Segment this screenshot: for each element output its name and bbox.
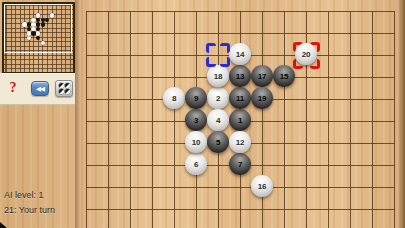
stone-number: 16 xyxy=(258,182,266,191)
turn-status: 21: Your turn xyxy=(4,205,55,215)
stone-number: 4 xyxy=(216,116,220,125)
stone-16-white: 16 xyxy=(251,175,273,197)
stone-number: 5 xyxy=(216,138,220,147)
stone-18-white: 18 xyxy=(207,65,229,87)
stone-12-white: 12 xyxy=(229,131,251,153)
stone-20-white: 20 xyxy=(295,43,317,65)
stone-13-black: 13 xyxy=(229,65,251,87)
stone-number: 7 xyxy=(238,160,242,169)
bracket-corner xyxy=(206,43,216,53)
stone-number: 12 xyxy=(236,138,244,147)
mini-stone-icon xyxy=(59,83,64,88)
stone-15-black: 15 xyxy=(273,65,295,87)
ai-level-status: AI level: 1 xyxy=(4,190,44,200)
stone-8-white: 8 xyxy=(163,87,185,109)
stone-number: 10 xyxy=(192,138,200,147)
stone-17-black: 17 xyxy=(251,65,273,87)
main-board[interactable]: 1234567891011121314151617181920 xyxy=(75,0,405,228)
app-screen: 1234567891011121314151617181920 ? ◀◀ AI … xyxy=(0,0,405,228)
corner-mark xyxy=(0,222,7,228)
bracket-corner xyxy=(206,57,216,67)
stone-7-black: 7 xyxy=(229,153,251,175)
minimap-board[interactable] xyxy=(2,2,75,74)
undo-rewind-button[interactable]: ◀◀ xyxy=(31,81,49,96)
stone-number: 3 xyxy=(194,116,198,125)
stone-3-black: 3 xyxy=(185,109,207,131)
help-button[interactable]: ? xyxy=(7,79,19,97)
stone-14-white: 14 xyxy=(229,43,251,65)
stone-number: 13 xyxy=(236,72,244,81)
bracket-corner xyxy=(220,43,230,53)
stone-11-black: 11 xyxy=(229,87,251,109)
mini-stone-icon xyxy=(59,89,64,94)
stone-number: 2 xyxy=(216,94,220,103)
stone-number: 9 xyxy=(194,94,198,103)
stone-19-black: 19 xyxy=(251,87,273,109)
stone-number: 20 xyxy=(302,50,310,59)
stone-number: 6 xyxy=(194,160,198,169)
stone-2-white: 2 xyxy=(207,87,229,109)
stone-5-black: 5 xyxy=(207,131,229,153)
stone-9-black: 9 xyxy=(185,87,207,109)
stone-6-white: 6 xyxy=(185,153,207,175)
mini-stone-icon xyxy=(65,89,70,94)
stone-number: 14 xyxy=(236,50,244,59)
stone-number: 17 xyxy=(258,72,266,81)
toolbar: ? ◀◀ xyxy=(0,73,75,105)
stone-10-white: 10 xyxy=(185,131,207,153)
stone-1-black: 1 xyxy=(229,109,251,131)
placement-cursor xyxy=(206,43,230,67)
stone-4-white: 4 xyxy=(207,109,229,131)
rewind-icon: ◀◀ xyxy=(36,85,44,92)
stones-view-toggle-button[interactable] xyxy=(55,80,73,97)
bracket-corner xyxy=(220,57,230,67)
stone-number: 18 xyxy=(214,72,222,81)
minimap-viewport-rect xyxy=(4,4,72,53)
mini-stone-icon xyxy=(65,83,70,88)
stone-number: 1 xyxy=(238,116,242,125)
stone-number: 11 xyxy=(236,94,244,103)
stone-number: 15 xyxy=(280,72,288,81)
stone-number: 8 xyxy=(172,94,176,103)
stone-number: 19 xyxy=(258,94,266,103)
